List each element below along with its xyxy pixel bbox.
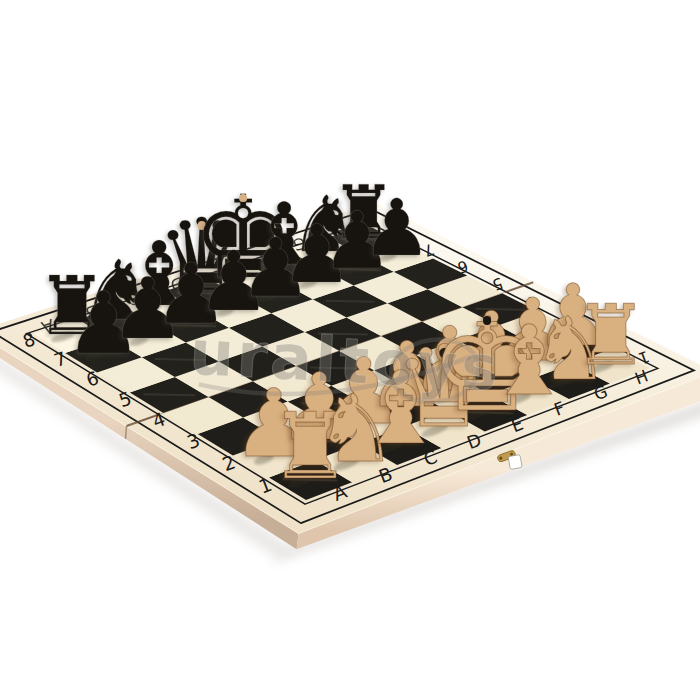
piece-black-pawn-h7[interactable]: ♟: [362, 189, 432, 267]
white-rook-glyph: ♜: [574, 294, 649, 377]
product-photo: AA11BB22CC33DD44EE55FF66GG77HH88 ♜♞♝♛♚♝♞…: [0, 0, 700, 700]
piece-white-rook-h1[interactable]: ♜: [574, 294, 649, 377]
pieces-layer: ♜♞♝♛♚♝♞♜♟♟♟♟♟♟♟♟♟♟♟♟♟♟♟♟♜♞♝♛♚♝♞♜: [0, 0, 700, 700]
black-pawn-glyph: ♟: [362, 189, 432, 267]
